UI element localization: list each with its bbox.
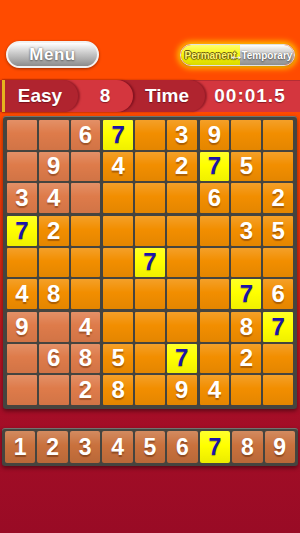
cell-r3c4[interactable] [103, 183, 133, 213]
block-3: 97562 [200, 120, 293, 213]
cell-r6c4[interactable] [103, 279, 133, 309]
time-label: Time [136, 80, 198, 112]
block-5: 7 [103, 216, 196, 309]
cell-r3c7[interactable]: 6 [200, 183, 230, 213]
cell-r1c6[interactable]: 3 [167, 120, 197, 150]
cell-r9c1[interactable] [7, 375, 37, 405]
cell-r4c3[interactable] [71, 216, 101, 246]
block-8: 5789 [103, 312, 196, 405]
cell-r6c9[interactable]: 6 [263, 279, 293, 309]
cell-r7c7[interactable] [200, 312, 230, 342]
cell-r3c8[interactable] [231, 183, 261, 213]
swap-arrow-icon: ↔ [229, 46, 244, 63]
menu-button[interactable]: Menu [6, 41, 99, 68]
cell-r8c7[interactable] [200, 344, 230, 374]
pad-button-2[interactable]: 2 [37, 431, 67, 463]
block-7: 94682 [7, 312, 100, 405]
cell-r3c6[interactable] [167, 183, 197, 213]
cell-r5c2[interactable] [39, 248, 69, 278]
cell-r4c6[interactable] [167, 216, 197, 246]
cell-r1c9[interactable] [263, 120, 293, 150]
level-value: 8 [80, 80, 130, 112]
cell-r7c4[interactable] [103, 312, 133, 342]
cell-r6c3[interactable] [71, 279, 101, 309]
cell-r7c3[interactable]: 4 [71, 312, 101, 342]
cell-r1c1[interactable] [7, 120, 37, 150]
cell-r5c5[interactable]: 7 [135, 248, 165, 278]
cell-r5c6[interactable] [167, 248, 197, 278]
cell-r8c9[interactable] [263, 344, 293, 374]
cell-r8c1[interactable] [7, 344, 37, 374]
pad-button-3[interactable]: 3 [70, 431, 100, 463]
cell-r6c2[interactable]: 8 [39, 279, 69, 309]
cell-r2c9[interactable] [263, 152, 293, 182]
accent-stripe [2, 80, 5, 112]
cell-r2c6[interactable]: 2 [167, 152, 197, 182]
cell-r1c4[interactable]: 7 [103, 120, 133, 150]
number-pad: 123456789 [2, 428, 298, 466]
pad-button-9[interactable]: 9 [265, 431, 295, 463]
cell-r3c2[interactable]: 4 [39, 183, 69, 213]
time-value: 00:01.5 [203, 80, 297, 112]
cell-r7c5[interactable] [135, 312, 165, 342]
cell-r1c2[interactable] [39, 120, 69, 150]
cell-r4c9[interactable]: 5 [263, 216, 293, 246]
pad-button-7[interactable]: 7 [200, 431, 230, 463]
cell-r4c2[interactable]: 2 [39, 216, 69, 246]
cell-r5c7[interactable] [200, 248, 230, 278]
block-6: 3576 [200, 216, 293, 309]
status-bar: Easy 8 Time 00:01.5 [0, 80, 300, 112]
cell-r7c2[interactable] [39, 312, 69, 342]
cell-r6c5[interactable] [135, 279, 165, 309]
cell-r2c1[interactable] [7, 152, 37, 182]
cell-r7c1[interactable]: 9 [7, 312, 37, 342]
block-4: 7248 [7, 216, 100, 309]
cell-r9c7[interactable]: 4 [200, 375, 230, 405]
cell-r8c6[interactable]: 7 [167, 344, 197, 374]
cell-r6c7[interactable] [200, 279, 230, 309]
app-screen: Menu Permanent Temporary ↔ Easy 8 Time 0… [0, 0, 300, 533]
cell-r7c6[interactable] [167, 312, 197, 342]
cell-r5c3[interactable] [71, 248, 101, 278]
cell-r5c9[interactable] [263, 248, 293, 278]
cell-r9c4[interactable]: 8 [103, 375, 133, 405]
cell-r3c9[interactable]: 2 [263, 183, 293, 213]
sudoku-board: 69347342975627248735769468257898724 [3, 116, 297, 409]
pad-button-4[interactable]: 4 [102, 431, 132, 463]
cell-r5c8[interactable] [231, 248, 261, 278]
block-1: 6934 [7, 120, 100, 213]
cell-r3c3[interactable] [71, 183, 101, 213]
cell-r8c3[interactable]: 8 [71, 344, 101, 374]
cell-r2c2[interactable]: 9 [39, 152, 69, 182]
cell-r7c9[interactable]: 7 [263, 312, 293, 342]
mode-toggle-button[interactable]: Permanent Temporary ↔ [180, 44, 295, 66]
cell-r9c5[interactable] [135, 375, 165, 405]
cell-r5c1[interactable] [7, 248, 37, 278]
pad-button-6[interactable]: 6 [167, 431, 197, 463]
cell-r2c4[interactable]: 4 [103, 152, 133, 182]
mode-temporary-label: Temporary [240, 45, 294, 65]
difficulty-label: Easy [8, 80, 72, 112]
cell-r1c3[interactable]: 6 [71, 120, 101, 150]
cell-r8c5[interactable] [135, 344, 165, 374]
cell-r4c4[interactable] [103, 216, 133, 246]
pad-button-8[interactable]: 8 [232, 431, 262, 463]
cell-r8c4[interactable]: 5 [103, 344, 133, 374]
cell-r1c7[interactable]: 9 [200, 120, 230, 150]
cell-r4c5[interactable] [135, 216, 165, 246]
cell-r6c1[interactable]: 4 [7, 279, 37, 309]
cell-r2c8[interactable]: 5 [231, 152, 261, 182]
cell-r6c6[interactable] [167, 279, 197, 309]
cell-r4c7[interactable] [200, 216, 230, 246]
cell-r9c2[interactable] [39, 375, 69, 405]
cell-r1c8[interactable] [231, 120, 261, 150]
cell-r2c3[interactable] [71, 152, 101, 182]
cell-r3c1[interactable]: 3 [7, 183, 37, 213]
cell-r3c5[interactable] [135, 183, 165, 213]
pad-button-5[interactable]: 5 [135, 431, 165, 463]
cell-r2c5[interactable] [135, 152, 165, 182]
pad-button-1[interactable]: 1 [5, 431, 35, 463]
block-9: 8724 [200, 312, 293, 405]
cell-r8c8[interactable]: 2 [231, 344, 261, 374]
cell-r7c8[interactable]: 8 [231, 312, 261, 342]
block-2: 7342 [103, 120, 196, 213]
cell-r8c2[interactable]: 6 [39, 344, 69, 374]
cell-r4c1[interactable]: 7 [7, 216, 37, 246]
cell-r9c6[interactable]: 9 [167, 375, 197, 405]
cell-r2c7[interactable]: 7 [200, 152, 230, 182]
cell-r6c8[interactable]: 7 [231, 279, 261, 309]
cell-r4c8[interactable]: 3 [231, 216, 261, 246]
cell-r9c8[interactable] [231, 375, 261, 405]
cell-r5c4[interactable] [103, 248, 133, 278]
cell-r1c5[interactable] [135, 120, 165, 150]
cell-r9c3[interactable]: 2 [71, 375, 101, 405]
cell-r9c9[interactable] [263, 375, 293, 405]
